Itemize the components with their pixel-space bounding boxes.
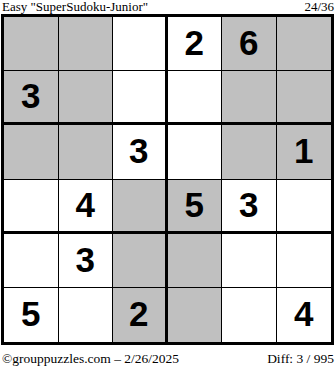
cell-r6c6[interactable]: 4 <box>277 288 332 342</box>
difficulty-rating: Diff: 3 / 995 <box>267 350 334 367</box>
cell-r6c1[interactable]: 5 <box>4 288 59 342</box>
cell-r5c1[interactable] <box>4 234 59 288</box>
cell-r6c3[interactable]: 2 <box>113 288 168 342</box>
cell-r4c3[interactable] <box>113 180 168 234</box>
cell-r1c2[interactable] <box>59 17 114 71</box>
cell-r4c6[interactable] <box>277 180 332 234</box>
given-digit: 3 <box>129 133 148 170</box>
cell-r6c2[interactable] <box>59 288 114 342</box>
copyright-credit: ©grouppuzzles.com – 2/26/2025 <box>2 350 179 367</box>
cell-r2c5[interactable] <box>222 71 277 125</box>
cell-r2c6[interactable] <box>277 71 332 125</box>
cell-r4c1[interactable] <box>4 180 59 234</box>
cell-r1c5[interactable]: 6 <box>222 17 277 71</box>
puzzle-counter: 24/36 <box>304 0 334 14</box>
cell-r3c5[interactable] <box>222 125 277 179</box>
cell-r2c3[interactable] <box>113 71 168 125</box>
cell-r5c2[interactable]: 3 <box>59 234 114 288</box>
cell-r3c1[interactable] <box>4 125 59 179</box>
given-digit: 3 <box>21 78 40 115</box>
cell-r3c3[interactable]: 3 <box>113 125 168 179</box>
cell-r4c5[interactable]: 3 <box>222 180 277 234</box>
board: 263314533524 <box>1 14 334 345</box>
given-digit: 2 <box>185 25 204 62</box>
given-digit: 6 <box>239 25 258 62</box>
given-digit: 4 <box>294 296 313 333</box>
given-digit: 3 <box>76 242 95 279</box>
given-digit: 1 <box>294 133 313 170</box>
cell-r4c4[interactable]: 5 <box>168 180 223 234</box>
cell-r3c4[interactable] <box>168 125 223 179</box>
cell-r5c4[interactable] <box>168 234 223 288</box>
cell-r1c6[interactable] <box>277 17 332 71</box>
given-digit: 5 <box>21 296 40 333</box>
given-digit: 2 <box>129 296 148 333</box>
given-digit: 4 <box>76 187 95 224</box>
cell-r1c1[interactable] <box>4 17 59 71</box>
cell-r6c5[interactable] <box>222 288 277 342</box>
cell-r5c3[interactable] <box>113 234 168 288</box>
cell-r4c2[interactable]: 4 <box>59 180 114 234</box>
cell-r3c2[interactable] <box>59 125 114 179</box>
cell-r6c4[interactable] <box>168 288 223 342</box>
cell-r5c5[interactable] <box>222 234 277 288</box>
cell-r2c4[interactable] <box>168 71 223 125</box>
given-digit: 5 <box>185 187 204 224</box>
puzzle-title: Easy "SuperSudoku-Junior" <box>2 0 148 14</box>
cell-r1c4[interactable]: 2 <box>168 17 223 71</box>
cell-r2c1[interactable]: 3 <box>4 71 59 125</box>
given-digit: 3 <box>239 187 258 224</box>
cell-r3c6[interactable]: 1 <box>277 125 332 179</box>
cell-r1c3[interactable] <box>113 17 168 71</box>
cell-r2c2[interactable] <box>59 71 114 125</box>
cell-r5c6[interactable] <box>277 234 332 288</box>
